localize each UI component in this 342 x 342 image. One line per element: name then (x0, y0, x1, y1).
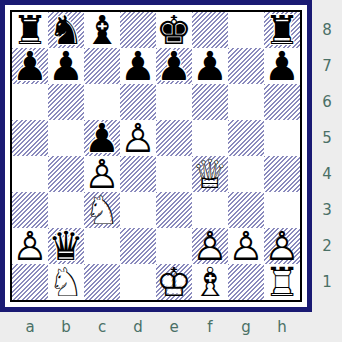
square-f7[interactable]: ♟ (192, 48, 228, 84)
file-label-h: h (264, 312, 300, 342)
square-a5[interactable] (12, 120, 48, 156)
square-a6[interactable] (12, 84, 48, 120)
square-e7[interactable]: ♟ (156, 48, 192, 84)
piece-black-pawn[interactable]: ♟ (192, 48, 228, 84)
square-d3[interactable] (120, 192, 156, 228)
square-e1[interactable]: ♚♔ (156, 264, 192, 300)
piece-white-king[interactable]: ♚♔ (156, 264, 192, 300)
square-g7[interactable] (228, 48, 264, 84)
square-c2[interactable] (84, 228, 120, 264)
file-label-b: b (48, 312, 84, 342)
square-c3[interactable]: ♞♘ (84, 192, 120, 228)
square-f1[interactable]: ♝♗ (192, 264, 228, 300)
square-b7[interactable]: ♟ (48, 48, 84, 84)
black-pawn-icon: ♟ (120, 48, 156, 84)
file-label-g: g (228, 312, 264, 342)
square-g4[interactable] (228, 156, 264, 192)
black-pawn-icon: ♟ (264, 48, 300, 84)
white-pawn-icon: ♙ (228, 228, 264, 264)
square-a7[interactable]: ♟ (12, 48, 48, 84)
square-c7[interactable] (84, 48, 120, 84)
square-e3[interactable] (156, 192, 192, 228)
piece-white-knight[interactable]: ♞♘ (48, 264, 84, 300)
rank-label-5: 5 (312, 120, 342, 156)
square-b1[interactable]: ♞♘ (48, 264, 84, 300)
square-g8[interactable] (228, 12, 264, 48)
white-queen-icon: ♕ (192, 156, 228, 192)
square-b5[interactable] (48, 120, 84, 156)
rank-label-2: 2 (312, 228, 342, 264)
rank-label-3: 3 (312, 192, 342, 228)
black-pawn-icon: ♟ (12, 48, 48, 84)
file-label-a: a (12, 312, 48, 342)
piece-black-pawn[interactable]: ♟ (120, 48, 156, 84)
square-g1[interactable] (228, 264, 264, 300)
square-b4[interactable] (48, 156, 84, 192)
square-a4[interactable] (12, 156, 48, 192)
page-root: ♜♞♝♚♜♟♟♟♟♟♟♟♟♙♟♙♛♕♞♘♟♙♛♟♙♟♙♟♙♞♘♚♔♝♗♜♖ 8 … (0, 0, 342, 342)
black-bishop-icon: ♝ (84, 12, 120, 48)
file-label-e: e (156, 312, 192, 342)
file-label-c: c (84, 312, 120, 342)
piece-white-pawn[interactable]: ♟♙ (12, 228, 48, 264)
square-d7[interactable]: ♟ (120, 48, 156, 84)
square-g6[interactable] (228, 84, 264, 120)
black-pawn-icon: ♟ (156, 48, 192, 84)
black-pawn-icon: ♟ (48, 48, 84, 84)
square-c8[interactable]: ♝ (84, 12, 120, 48)
piece-white-pawn[interactable]: ♟♙ (228, 228, 264, 264)
rank-label-4: 4 (312, 156, 342, 192)
square-a1[interactable] (12, 264, 48, 300)
square-e6[interactable] (156, 84, 192, 120)
square-f6[interactable] (192, 84, 228, 120)
piece-white-pawn[interactable]: ♟♙ (120, 120, 156, 156)
square-h4[interactable] (264, 156, 300, 192)
square-b6[interactable] (48, 84, 84, 120)
piece-white-knight[interactable]: ♞♘ (84, 192, 120, 228)
board-border: ♜♞♝♚♜♟♟♟♟♟♟♟♟♙♟♙♛♕♞♘♟♙♛♟♙♟♙♟♙♞♘♚♔♝♗♜♖ (10, 10, 302, 302)
white-knight-icon: ♘ (48, 264, 84, 300)
board-grid: ♜♞♝♚♜♟♟♟♟♟♟♟♟♙♟♙♛♕♞♘♟♙♛♟♙♟♙♟♙♞♘♚♔♝♗♜♖ (12, 12, 300, 300)
square-d1[interactable] (120, 264, 156, 300)
square-d5[interactable]: ♟♙ (120, 120, 156, 156)
black-pawn-icon: ♟ (192, 48, 228, 84)
square-d4[interactable] (120, 156, 156, 192)
white-pawn-icon: ♙ (120, 120, 156, 156)
board-frame: ♜♞♝♚♜♟♟♟♟♟♟♟♟♙♟♙♛♕♞♘♟♙♛♟♙♟♙♟♙♞♘♚♔♝♗♜♖ (0, 0, 312, 312)
piece-white-bishop[interactable]: ♝♗ (192, 264, 228, 300)
rank-label-8: 8 (312, 12, 342, 48)
square-e4[interactable] (156, 156, 192, 192)
square-h5[interactable] (264, 120, 300, 156)
rank-label-1: 1 (312, 264, 342, 300)
square-g2[interactable]: ♟♙ (228, 228, 264, 264)
rank-labels: 8 7 6 5 4 3 2 1 (312, 12, 342, 300)
piece-black-pawn[interactable]: ♟ (156, 48, 192, 84)
white-pawn-icon: ♙ (12, 228, 48, 264)
piece-black-bishop[interactable]: ♝ (84, 12, 120, 48)
square-d2[interactable] (120, 228, 156, 264)
square-f4[interactable]: ♛♕ (192, 156, 228, 192)
white-knight-icon: ♘ (84, 192, 120, 228)
square-g5[interactable] (228, 120, 264, 156)
square-e5[interactable] (156, 120, 192, 156)
white-rook-icon: ♖ (264, 264, 300, 300)
white-king-icon: ♔ (156, 264, 192, 300)
square-h6[interactable] (264, 84, 300, 120)
square-a2[interactable]: ♟♙ (12, 228, 48, 264)
piece-white-rook[interactable]: ♜♖ (264, 264, 300, 300)
white-bishop-icon: ♗ (192, 264, 228, 300)
piece-black-pawn[interactable]: ♟ (48, 48, 84, 84)
rank-label-7: 7 (312, 48, 342, 84)
file-label-f: f (192, 312, 228, 342)
square-h7[interactable]: ♟ (264, 48, 300, 84)
piece-white-queen[interactable]: ♛♕ (192, 156, 228, 192)
rank-label-6: 6 (312, 84, 342, 120)
file-label-d: d (120, 312, 156, 342)
square-h1[interactable]: ♜♖ (264, 264, 300, 300)
square-c1[interactable] (84, 264, 120, 300)
piece-black-pawn[interactable]: ♟ (12, 48, 48, 84)
piece-black-pawn[interactable]: ♟ (264, 48, 300, 84)
file-labels: a b c d e f g h (12, 312, 300, 342)
